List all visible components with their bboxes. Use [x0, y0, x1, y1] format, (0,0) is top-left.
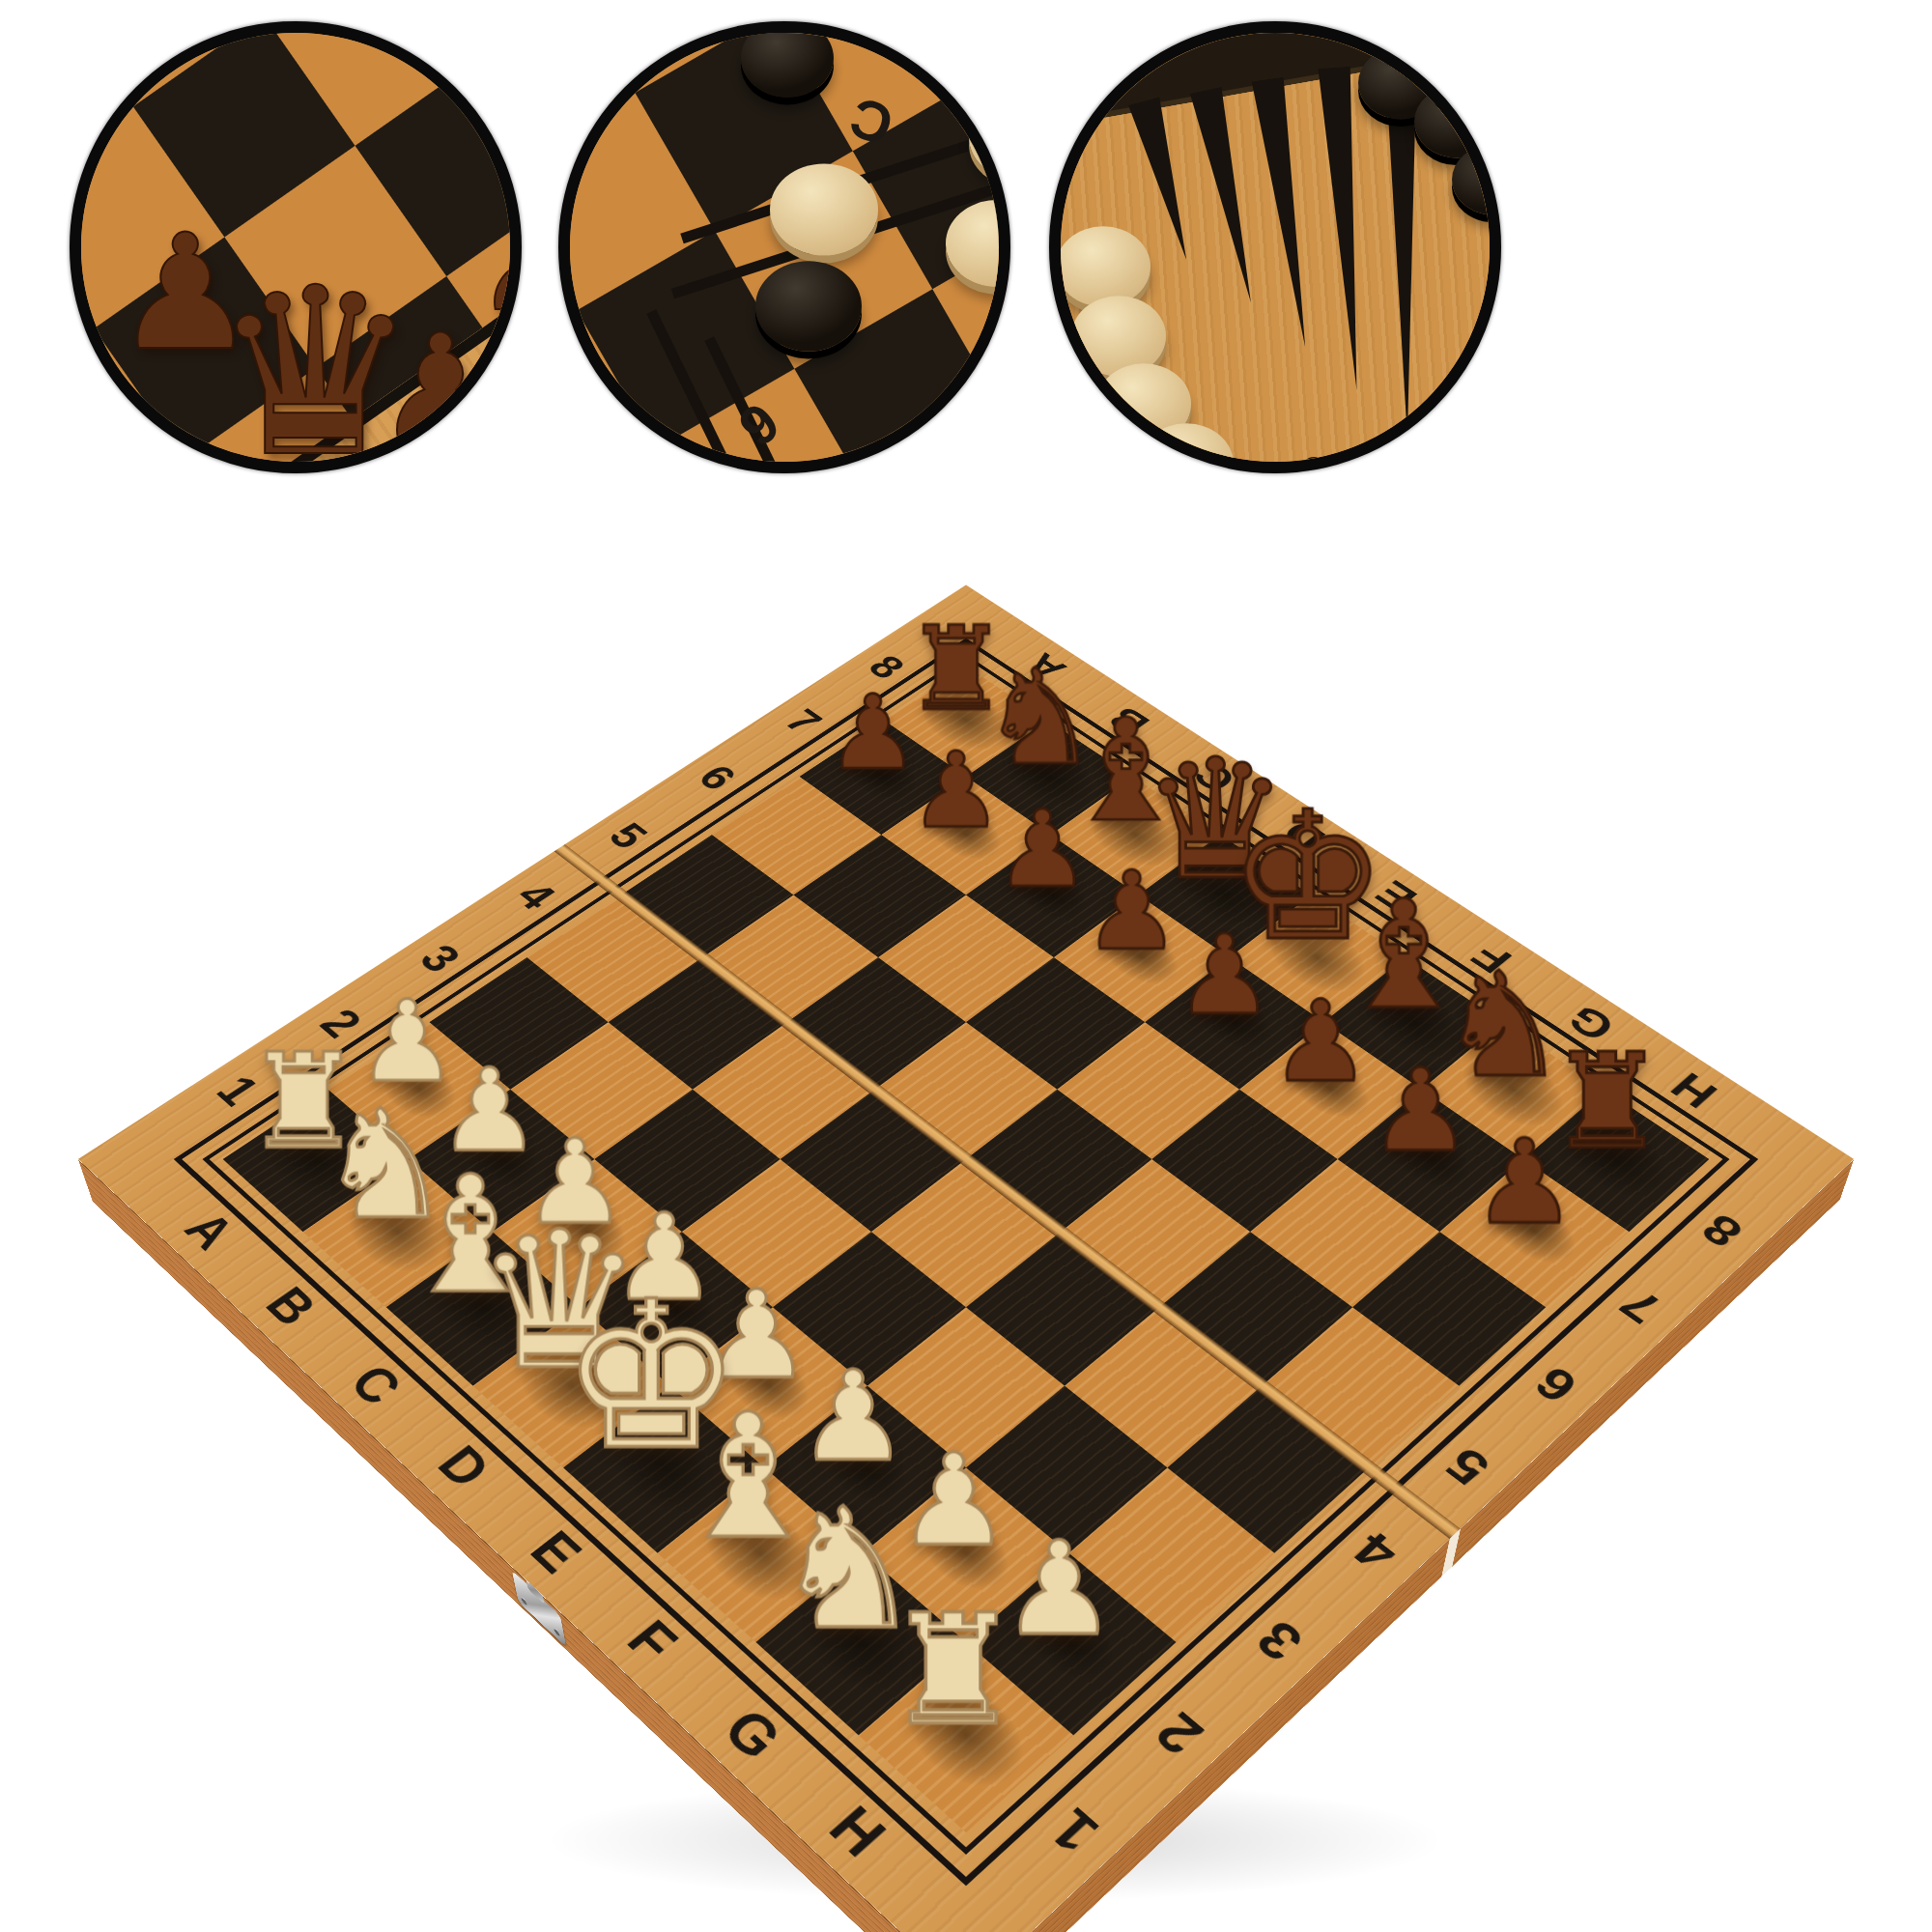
- checkers-disc-light: [969, 95, 1010, 180]
- piece-white-rook-h1[interactable]: ♜: [808, 1594, 1098, 1747]
- checkers-disc-light: [946, 200, 1010, 287]
- checkers-disc-black: [755, 261, 862, 352]
- checkers-coordinate-D: D: [938, 40, 998, 114]
- checkers-disc-light: [770, 163, 878, 255]
- piece-black-pawn-h7[interactable]: ♟: [1396, 1124, 1653, 1241]
- closeup-dark-pawn: ♟: [474, 195, 522, 330]
- checkers-coordinate-C: C: [841, 84, 901, 158]
- backgammon-dot: [1489, 374, 1501, 399]
- chess-board: AA11BB22CC33DD44EE55FF66GG77HH88 ♜♞♝♛♚♝♞…: [78, 585, 1854, 1932]
- backgammon-disc-black: [1414, 86, 1499, 158]
- board-scene: AA11BB22CC33DD44EE55FF66GG77HH88 ♜♞♝♛♚♝♞…: [39, 406, 1893, 1913]
- backgammon-disc-light: [1056, 226, 1151, 306]
- checkers-disc-black: [741, 21, 834, 98]
